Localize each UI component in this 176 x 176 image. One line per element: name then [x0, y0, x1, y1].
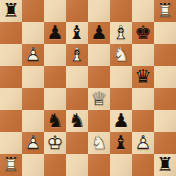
square-d8[interactable]: [66, 0, 88, 22]
square-e5[interactable]: [88, 66, 110, 88]
square-b7[interactable]: [22, 22, 44, 44]
square-d2[interactable]: [66, 132, 88, 154]
piece-black-pawn[interactable]: ♟: [88, 22, 110, 44]
square-a3[interactable]: [0, 110, 22, 132]
square-g7[interactable]: ♚: [132, 22, 154, 44]
square-f3[interactable]: ♟: [110, 110, 132, 132]
square-d1[interactable]: [66, 154, 88, 176]
square-g3[interactable]: [132, 110, 154, 132]
square-a7[interactable]: [0, 22, 22, 44]
square-e6[interactable]: [88, 44, 110, 66]
piece-outline-glyph: ♘: [88, 131, 110, 154]
square-h2[interactable]: [154, 132, 176, 154]
square-f6[interactable]: ♞♘: [110, 44, 132, 66]
piece-glyph: ♞: [66, 109, 88, 132]
piece-black-bishop[interactable]: ♝: [66, 22, 88, 44]
piece-glyph: ♟: [132, 131, 154, 154]
piece-glyph: ♞: [110, 43, 132, 66]
square-a2[interactable]: [0, 132, 22, 154]
piece-outline-glyph: ♙: [22, 43, 44, 66]
square-f4[interactable]: [110, 88, 132, 110]
square-e4[interactable]: ♛♕: [88, 88, 110, 110]
square-e2[interactable]: ♞♘: [88, 132, 110, 154]
piece-outline-glyph: ♘: [110, 43, 132, 66]
square-g4[interactable]: [132, 88, 154, 110]
piece-glyph: ♟: [110, 109, 132, 132]
square-f8[interactable]: [110, 0, 132, 22]
piece-black-knight[interactable]: ♞: [66, 110, 88, 132]
square-h1[interactable]: ♜: [154, 154, 176, 176]
square-h3[interactable]: [154, 110, 176, 132]
square-g5[interactable]: ♛: [132, 66, 154, 88]
piece-glyph: ♝: [66, 43, 88, 66]
square-d4[interactable]: [66, 88, 88, 110]
piece-outline-glyph: ♕: [88, 87, 110, 110]
piece-glyph: ♛: [132, 65, 154, 88]
piece-glyph: ♚: [44, 131, 66, 154]
piece-glyph: ♞: [44, 109, 66, 132]
square-b3[interactable]: [22, 110, 44, 132]
screenshot-stage: ♜♜♖♟♝♟♝♗♚♟♙♝♗♞♘♛♛♕♞♞♟♟♙♚♔♞♘♝♟♙♜♖♜: [0, 0, 176, 176]
square-h8[interactable]: ♜♖: [154, 0, 176, 22]
piece-outline-glyph: ♖: [154, 0, 176, 22]
piece-glyph: ♝: [110, 21, 132, 44]
square-f5[interactable]: [110, 66, 132, 88]
piece-glyph: ♟: [44, 21, 66, 44]
piece-glyph: ♜: [0, 153, 22, 176]
piece-white-pawn[interactable]: ♟♙: [22, 44, 44, 66]
square-a1[interactable]: ♜♖: [0, 154, 22, 176]
square-d3[interactable]: ♞: [66, 110, 88, 132]
piece-glyph: ♝: [110, 131, 132, 154]
piece-glyph: ♜: [154, 153, 176, 176]
square-g2[interactable]: ♟♙: [132, 132, 154, 154]
square-h7[interactable]: [154, 22, 176, 44]
square-b4[interactable]: [22, 88, 44, 110]
square-b6[interactable]: ♟♙: [22, 44, 44, 66]
piece-glyph: ♜: [0, 0, 22, 22]
square-c2[interactable]: ♚♔: [44, 132, 66, 154]
square-f2[interactable]: ♝: [110, 132, 132, 154]
square-a6[interactable]: [0, 44, 22, 66]
piece-white-bishop[interactable]: ♝♗: [66, 44, 88, 66]
piece-outline-glyph: ♗: [110, 21, 132, 44]
piece-black-rook[interactable]: ♜: [0, 0, 22, 22]
piece-white-bishop[interactable]: ♝♗: [110, 22, 132, 44]
piece-glyph: ♝: [66, 21, 88, 44]
piece-glyph: ♟: [88, 21, 110, 44]
square-e7[interactable]: ♟: [88, 22, 110, 44]
piece-black-rook[interactable]: ♜: [154, 154, 176, 176]
piece-white-rook[interactable]: ♜♖: [0, 154, 22, 176]
square-c7[interactable]: ♟: [44, 22, 66, 44]
piece-glyph: ♟: [22, 131, 44, 154]
piece-outline-glyph: ♗: [66, 43, 88, 66]
square-c1[interactable]: [44, 154, 66, 176]
piece-white-pawn[interactable]: ♟♙: [132, 132, 154, 154]
piece-black-king[interactable]: ♚: [132, 22, 154, 44]
square-e3[interactable]: [88, 110, 110, 132]
square-d6[interactable]: ♝♗: [66, 44, 88, 66]
piece-outline-glyph: ♔: [44, 131, 66, 154]
square-c8[interactable]: [44, 0, 66, 22]
square-f1[interactable]: [110, 154, 132, 176]
square-e8[interactable]: [88, 0, 110, 22]
square-c4[interactable]: [44, 88, 66, 110]
piece-white-queen[interactable]: ♛♕: [88, 88, 110, 110]
square-h6[interactable]: [154, 44, 176, 66]
piece-outline-glyph: ♖: [0, 153, 22, 176]
square-d5[interactable]: [66, 66, 88, 88]
piece-white-knight[interactable]: ♞♘: [110, 44, 132, 66]
piece-white-king[interactable]: ♚♔: [44, 132, 66, 154]
piece-glyph: ♛: [88, 87, 110, 110]
square-e1[interactable]: [88, 154, 110, 176]
square-g6[interactable]: [132, 44, 154, 66]
piece-black-bishop[interactable]: ♝: [110, 132, 132, 154]
square-b1[interactable]: [22, 154, 44, 176]
square-b8[interactable]: [22, 0, 44, 22]
chess-board: ♜♜♖♟♝♟♝♗♚♟♙♝♗♞♘♛♛♕♞♞♟♟♙♚♔♞♘♝♟♙♜♖♜: [0, 0, 176, 176]
piece-black-pawn[interactable]: ♟: [44, 22, 66, 44]
piece-black-pawn[interactable]: ♟: [110, 110, 132, 132]
piece-white-knight[interactable]: ♞♘: [88, 132, 110, 154]
piece-glyph: ♚: [132, 21, 154, 44]
square-f7[interactable]: ♝♗: [110, 22, 132, 44]
piece-outline-glyph: ♙: [22, 131, 44, 154]
square-h4[interactable]: [154, 88, 176, 110]
square-a8[interactable]: ♜: [0, 0, 22, 22]
piece-white-rook[interactable]: ♜♖: [154, 0, 176, 22]
square-c6[interactable]: [44, 44, 66, 66]
square-a4[interactable]: [0, 88, 22, 110]
square-c3[interactable]: ♞: [44, 110, 66, 132]
piece-glyph: ♟: [22, 43, 44, 66]
square-a5[interactable]: [0, 66, 22, 88]
square-h5[interactable]: [154, 66, 176, 88]
square-b2[interactable]: ♟♙: [22, 132, 44, 154]
piece-white-pawn[interactable]: ♟♙: [22, 132, 44, 154]
piece-black-queen[interactable]: ♛: [132, 66, 154, 88]
square-d7[interactable]: ♝: [66, 22, 88, 44]
square-g8[interactable]: [132, 0, 154, 22]
piece-glyph: ♞: [88, 131, 110, 154]
piece-outline-glyph: ♙: [132, 131, 154, 154]
square-c5[interactable]: [44, 66, 66, 88]
square-g1[interactable]: [132, 154, 154, 176]
square-b5[interactable]: [22, 66, 44, 88]
piece-black-knight[interactable]: ♞: [44, 110, 66, 132]
piece-glyph: ♜: [154, 0, 176, 22]
